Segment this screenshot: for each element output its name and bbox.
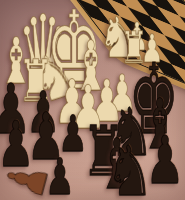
chess-set-photo: ♝♛♚♜♞♝♟♟♟♟♞♟♜♟♟♟♟♟♟♟♟♜♝♞♞♚♝♟ xyxy=(0,0,185,200)
black-pawn-6: ♟ xyxy=(45,152,75,200)
black-knight-front: ♞ xyxy=(106,137,154,200)
